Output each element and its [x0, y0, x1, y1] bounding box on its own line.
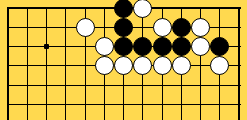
board-intersection: [114, 37, 133, 56]
board-intersection: [172, 56, 191, 75]
white-stone: [95, 37, 114, 56]
black-stone: [172, 18, 191, 37]
board-intersection: [95, 37, 114, 56]
white-stone: [153, 56, 172, 75]
board-intersection: [191, 18, 210, 37]
board-intersection: [114, 18, 133, 37]
board-intersection: [210, 37, 229, 56]
board-intersection: [133, 0, 152, 18]
board-intersection: [191, 37, 210, 56]
black-stone: [172, 37, 191, 56]
board-intersection: [133, 56, 152, 75]
white-stone: [191, 18, 210, 37]
board-intersection: [114, 0, 133, 18]
board-intersection: [152, 37, 171, 56]
board-intersection: [133, 37, 152, 56]
black-stone: [210, 37, 229, 56]
white-stone: [191, 37, 210, 56]
board-intersection: [114, 56, 133, 75]
white-stone: [133, 0, 152, 18]
white-stone: [210, 56, 229, 75]
board-intersection: [172, 37, 191, 56]
board-intersection: [75, 18, 94, 37]
white-stone: [76, 18, 95, 37]
white-stone: [153, 18, 172, 37]
black-stone: [114, 0, 133, 18]
stone-grid: [0, 0, 247, 114]
black-stone: [133, 37, 152, 56]
black-stone: [114, 18, 133, 37]
white-stone: [133, 56, 152, 75]
black-stone: [153, 37, 172, 56]
black-stone: [114, 37, 133, 56]
go-diagram: [0, 0, 247, 120]
white-stone: [114, 56, 133, 75]
board-intersection: [210, 56, 229, 75]
white-stone: [172, 56, 191, 75]
board-intersection: [95, 56, 114, 75]
board-intersection: [152, 18, 171, 37]
board-intersection: [172, 18, 191, 37]
white-stone: [95, 56, 114, 75]
board-intersection: [152, 56, 171, 75]
